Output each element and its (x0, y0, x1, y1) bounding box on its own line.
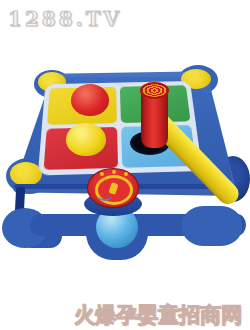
logo-badge-tick (124, 172, 128, 176)
logo-badge-arc (98, 191, 112, 201)
red-ball-piece (71, 84, 109, 116)
product-photo: 1288.TV 火爆孕婴童招商网 (0, 0, 250, 330)
yellow-ball-piece (66, 123, 106, 156)
logo-badge-tick (112, 170, 116, 174)
corner-disc-bottom-left (10, 162, 42, 186)
watermark-site-name: 火爆孕婴童招商网 (74, 301, 242, 329)
base-foot-right (182, 206, 242, 246)
logo-badge-tick (100, 172, 104, 176)
watermark-1288tv: 1288.TV (8, 7, 122, 31)
mallet-head-top-logo (140, 82, 169, 99)
logo-badge (87, 168, 139, 208)
